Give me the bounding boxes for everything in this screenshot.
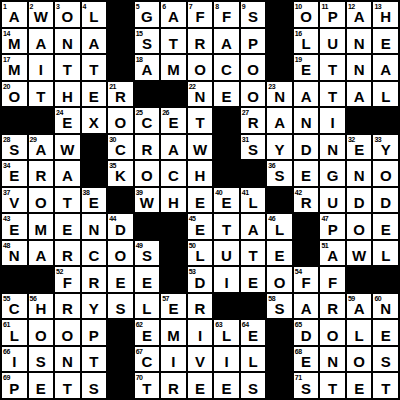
grid-cell-r11c6[interactable]: E [134,266,161,293]
cell-letter: O [61,4,73,24]
grid-cell-r3c12[interactable]: 19E [293,54,320,81]
grid-cell-r6c11[interactable]: Y [266,134,293,161]
grid-cell-r9c10[interactable]: A [240,213,267,240]
grid-cell-r15c9[interactable]: E [213,372,240,399]
grid-cell-r9c14[interactable]: O [346,213,373,240]
clue-number-30: 30 [109,135,116,144]
grid-cell-r1c9[interactable]: 8F [213,1,240,28]
grid-cell-r7c7[interactable]: C [160,160,187,187]
grid-cell-r12c12[interactable]: A [293,293,320,320]
grid-cell-r12c14[interactable]: 59A [346,293,373,320]
grid-cell-r6c15[interactable]: 33Y [372,134,399,161]
grid-cell-r1c15[interactable]: 13H [372,1,399,28]
grid-cell-r8c10[interactable]: 41L [240,187,267,214]
grid-cell-r15c2[interactable]: E [28,372,55,399]
cell-letter: E [142,323,152,343]
cell-letter: T [63,376,72,396]
cell-letter: H [35,296,46,316]
grid-cell-r9c8[interactable]: 45E [187,213,214,240]
cell-letter: R [301,190,312,210]
cell-letter: U [221,243,232,263]
clue-number-14: 14 [3,29,10,38]
grid-cell-r5c8[interactable]: T [187,107,214,134]
block-cell-r2c11 [266,28,293,55]
grid-cell-r1c13[interactable]: 11P [319,1,346,28]
cell-letter: E [354,137,364,157]
grid-cell-r10c9[interactable]: U [213,240,240,267]
grid-cell-r13c13[interactable]: O [319,319,346,346]
grid-cell-r4c8[interactable]: 22N [187,81,214,108]
cell-letter: A [354,84,365,104]
grid-cell-r1c7[interactable]: 6A [160,1,187,28]
grid-cell-r4c14[interactable]: A [346,81,373,108]
cell-letter: E [222,84,232,104]
clue-number-18: 18 [136,55,143,64]
grid-cell-r3c9[interactable]: C [213,54,240,81]
grid-cell-r12c2[interactable]: 56H [28,293,55,320]
grid-cell-r3c13[interactable]: T [319,54,346,81]
grid-cell-r13c4[interactable]: P [81,319,108,346]
cell-letter: E [115,270,125,290]
cell-letter: U [327,31,338,51]
grid-cell-r7c2[interactable]: R [28,160,55,187]
grid-cell-r8c4[interactable]: 38E [81,187,108,214]
grid-cell-r6c14[interactable]: 32E [346,134,373,161]
grid-cell-r9c4[interactable]: N [81,213,108,240]
grid-cell-r7c1[interactable]: 34E [1,160,28,187]
grid-cell-r9c15[interactable]: E [372,213,399,240]
grid-cell-r3c6[interactable]: 18A [134,54,161,81]
cell-letter: M [167,323,180,343]
clue-number-61: 61 [3,320,10,329]
cell-letter: R [35,163,46,183]
grid-cell-r4c13[interactable]: T [319,81,346,108]
cell-letter: N [88,217,99,237]
grid-cell-r8c13[interactable]: U [319,187,346,214]
cell-letter: W [60,137,74,157]
cell-letter: T [142,376,151,396]
grid-cell-r14c4[interactable]: T [81,346,108,373]
grid-cell-r12c15[interactable]: 60N [372,293,399,320]
grid-cell-r1c3[interactable]: 3O [54,1,81,28]
cell-letter: N [301,110,312,130]
grid-cell-r8c9[interactable]: 40E [213,187,240,214]
grid-cell-r15c6[interactable]: 70T [134,372,161,399]
block-cell-r2c5 [107,28,134,55]
cell-letter: A [354,4,365,24]
grid-cell-r6c10[interactable]: 31S [240,134,267,161]
grid-cell-r9c13[interactable]: 47P [319,213,346,240]
grid-cell-r2c7[interactable]: T [160,28,187,55]
block-cell-r15c5 [107,372,134,399]
cell-letter: E [301,57,311,77]
clue-number-13: 13 [374,2,381,11]
cell-letter: O [8,84,20,104]
grid-cell-r9c9[interactable]: T [213,213,240,240]
grid-cell-r12c4[interactable]: Y [81,293,108,320]
grid-cell-r5c3[interactable]: 24E [54,107,81,134]
cell-letter: S [89,376,99,396]
clue-number-3: 3 [56,2,59,11]
grid-cell-r10c14[interactable]: W [346,240,373,267]
grid-cell-r8c8[interactable]: E [187,187,214,214]
grid-cell-r10c5[interactable]: O [107,240,134,267]
cell-letter: R [327,296,338,316]
cell-letter: O [353,349,365,369]
grid-cell-r5c12[interactable]: N [293,107,320,134]
grid-cell-r7c11[interactable]: 36S [266,160,293,187]
grid-cell-r7c3[interactable]: A [54,160,81,187]
cell-letter: O [141,163,153,183]
cell-letter: S [248,137,258,157]
grid-cell-r4c3[interactable]: H [54,81,81,108]
grid-cell-r8c6[interactable]: 39W [134,187,161,214]
grid-cell-r12c8[interactable]: R [187,293,214,320]
grid-cell-r2c8[interactable]: R [187,28,214,55]
grid-cell-r4c5[interactable]: 21R [107,81,134,108]
cell-letter: T [381,376,390,396]
cell-letter: L [89,4,98,24]
grid-cell-r15c3[interactable]: T [54,372,81,399]
cell-letter: E [195,376,205,396]
cell-letter: T [328,376,337,396]
grid-cell-r2c1[interactable]: 14M [1,28,28,55]
grid-cell-r6c7[interactable]: A [160,134,187,161]
grid-cell-r10c2[interactable]: A [28,240,55,267]
grid-cell-r14c10[interactable]: L [240,346,267,373]
grid-cell-r5c11[interactable]: A [266,107,293,134]
clue-number-36: 36 [268,161,275,170]
block-cell-r6c4 [81,134,108,161]
grid-cell-r8c7[interactable]: H [160,187,187,214]
grid-cell-r7c12[interactable]: E [293,160,320,187]
clue-number-60: 60 [374,294,381,303]
grid-cell-r4c1[interactable]: 20O [1,81,28,108]
grid-cell-r4c11[interactable]: 23N [266,81,293,108]
clue-number-34: 34 [3,161,10,170]
grid-cell-r13c9[interactable]: 63L [213,319,240,346]
cell-letter: O [327,323,339,343]
grid-cell-r8c12[interactable]: 42R [293,187,320,214]
grid-cell-r12c5[interactable]: S [107,293,134,320]
grid-cell-r7c8[interactable]: H [187,160,214,187]
cell-letter: L [142,296,151,316]
cell-letter: F [302,270,311,290]
grid-cell-r3c1[interactable]: 17M [1,54,28,81]
grid-cell-r13c7[interactable]: M [160,319,187,346]
clue-number-10: 10 [295,2,302,11]
grid-cell-r3c4[interactable]: T [81,54,108,81]
cell-letter: C [142,110,153,130]
block-cell-r7c4 [81,160,108,187]
cell-letter: E [381,323,391,343]
grid-cell-r7c14[interactable]: N [346,160,373,187]
cell-letter: L [248,190,257,210]
grid-cell-r4c12[interactable]: A [293,81,320,108]
grid-cell-r10c6[interactable]: 49S [134,240,161,267]
cell-letter: I [224,349,228,369]
clue-number-67: 67 [136,347,143,356]
grid-cell-r10c11[interactable]: E [266,240,293,267]
cell-letter: W [193,137,207,157]
grid-cell-r14c2[interactable]: S [28,346,55,373]
cell-letter: V [9,190,19,210]
grid-cell-r6c8[interactable]: W [187,134,214,161]
grid-cell-r4c10[interactable]: O [240,81,267,108]
clue-number-47: 47 [321,214,328,223]
grid-cell-r8c15[interactable]: D [372,187,399,214]
grid-cell-r15c14[interactable]: E [346,372,373,399]
grid-cell-r12c1[interactable]: 55C [1,293,28,320]
grid-cell-r14c13[interactable]: N [319,346,346,373]
block-cell-r8c5 [107,187,134,214]
grid-cell-r4c15[interactable]: L [372,81,399,108]
grid-cell-r1c6[interactable]: 5G [134,1,161,28]
grid-cell-r10c4[interactable]: C [81,240,108,267]
clue-number-6: 6 [162,2,165,11]
grid-cell-r4c2[interactable]: T [28,81,55,108]
grid-cell-r12c3[interactable]: R [54,293,81,320]
grid-cell-r1c2[interactable]: 2W [28,1,55,28]
grid-cell-r2c2[interactable]: A [28,28,55,55]
grid-cell-r3c15[interactable]: A [372,54,399,81]
clue-number-39: 39 [136,188,143,197]
grid-cell-r15c1[interactable]: 69P [1,372,28,399]
clue-number-52: 52 [56,267,63,276]
grid-cell-r5c10[interactable]: 27R [240,107,267,134]
grid-cell-r1c12[interactable]: 10O [293,1,320,28]
clue-number-55: 55 [3,294,10,303]
grid-cell-r3c10[interactable]: O [240,54,267,81]
grid-cell-r3c2[interactable]: I [28,54,55,81]
grid-cell-r14c6[interactable]: 67C [134,346,161,373]
grid-cell-r14c3[interactable]: N [54,346,81,373]
grid-cell-r2c9[interactable]: A [213,28,240,55]
grid-cell-r3c3[interactable]: T [54,54,81,81]
grid-cell-r2c15[interactable]: E [372,28,399,55]
block-cell-r3c11 [266,54,293,81]
cell-letter: T [248,243,257,263]
grid-cell-r10c10[interactable]: T [240,240,267,267]
grid-cell-r13c14[interactable]: L [346,319,373,346]
cell-letter: R [88,270,99,290]
grid-cell-r15c7[interactable]: R [160,372,187,399]
grid-cell-r3c8[interactable]: O [187,54,214,81]
cell-letter: N [380,296,391,316]
clue-number-42: 42 [295,188,302,197]
grid-cell-r7c13[interactable]: G [319,160,346,187]
cell-letter: E [9,163,19,183]
grid-cell-r4c9[interactable]: E [213,81,240,108]
clue-number-48: 48 [3,241,10,250]
grid-cell-r2c14[interactable]: N [346,28,373,55]
cell-letter: F [222,4,231,24]
clue-number-27: 27 [242,108,249,117]
cell-letter: A [168,4,179,24]
cell-letter: A [274,110,285,130]
cell-letter: O [380,163,392,183]
grid-cell-r6c3[interactable]: W [54,134,81,161]
grid-cell-r15c10[interactable]: S [240,372,267,399]
grid-cell-r11c4[interactable]: R [81,266,108,293]
grid-cell-r11c13[interactable]: F [319,266,346,293]
grid-cell-r15c13[interactable]: T [319,372,346,399]
grid-cell-r6c12[interactable]: D [293,134,320,161]
grid-cell-r1c4[interactable]: 4L [81,1,108,28]
clue-number-31: 31 [242,135,249,144]
grid-cell-r12c13[interactable]: R [319,293,346,320]
block-cell-r3c5 [107,54,134,81]
cell-letter: D [301,137,312,157]
grid-cell-r6c5[interactable]: 30C [107,134,134,161]
grid-cell-r1c10[interactable]: 9S [240,1,267,28]
grid-cell-r3c7[interactable]: M [160,54,187,81]
grid-cell-r14c1[interactable]: 66I [1,346,28,373]
grid-cell-r8c1[interactable]: 37V [1,187,28,214]
block-cell-r1c5 [107,1,134,28]
cell-letter: D [115,217,126,237]
grid-cell-r13c2[interactable]: O [28,319,55,346]
block-cell-r13c5 [107,319,134,346]
clue-number-58: 58 [268,294,275,303]
clue-number-15: 15 [136,29,143,38]
grid-cell-r15c4[interactable]: S [81,372,108,399]
clue-number-5: 5 [136,2,139,11]
grid-cell-r10c1[interactable]: 48N [1,240,28,267]
grid-cell-r13c12[interactable]: 65D [293,319,320,346]
grid-cell-r11c9[interactable]: I [213,266,240,293]
cell-letter: I [198,323,202,343]
clue-number-26: 26 [162,108,169,117]
grid-cell-r11c3[interactable]: 52F [54,266,81,293]
grid-cell-r9c5[interactable]: 44D [107,213,134,240]
grid-cell-r7c5[interactable]: 35K [107,160,134,187]
grid-cell-r2c10[interactable]: P [240,28,267,55]
grid-cell-r8c3[interactable]: T [54,187,81,214]
grid-cell-r12c6[interactable]: L [134,293,161,320]
grid-cell-r14c8[interactable]: V [187,346,214,373]
grid-cell-r2c4[interactable]: A [81,28,108,55]
grid-cell-r1c1[interactable]: 1A [1,1,28,28]
cell-letter: E [168,296,178,316]
grid-cell-r2c6[interactable]: 15S [134,28,161,55]
cell-letter: A [301,296,312,316]
cell-letter: A [35,137,46,157]
grid-cell-r13c15[interactable]: E [372,319,399,346]
grid-cell-r11c5[interactable]: E [107,266,134,293]
grid-cell-r9c1[interactable]: 43E [1,213,28,240]
grid-cell-r15c15[interactable]: T [372,372,399,399]
cell-letter: N [274,84,285,104]
cell-letter: O [274,270,286,290]
cell-letter: H [168,190,179,210]
grid-cell-r13c1[interactable]: 61L [1,319,28,346]
clue-number-9: 9 [242,2,245,11]
grid-cell-r10c15[interactable]: L [372,240,399,267]
cell-letter: S [142,31,152,51]
grid-cell-r14c14[interactable]: O [346,346,373,373]
grid-cell-r11c12[interactable]: 54F [293,266,320,293]
cell-letter: N [354,57,365,77]
clue-number-49: 49 [136,241,143,250]
grid-cell-r10c8[interactable]: 50L [187,240,214,267]
cell-letter: E [222,376,232,396]
grid-cell-r2c3[interactable]: N [54,28,81,55]
grid-cell-r9c3[interactable]: E [54,213,81,240]
grid-cell-r5c7[interactable]: 26E [160,107,187,134]
cell-letter: T [36,84,45,104]
cell-letter: S [115,296,125,316]
grid-cell-r5c4[interactable]: X [81,107,108,134]
grid-cell-r12c11[interactable]: 58S [266,293,293,320]
grid-cell-r8c14[interactable]: D [346,187,373,214]
grid-cell-r14c9[interactable]: I [213,346,240,373]
grid-cell-r6c6[interactable]: R [134,134,161,161]
cell-letter: O [353,217,365,237]
cell-letter: L [195,243,204,263]
grid-cell-r7c15[interactable]: O [372,160,399,187]
grid-cell-r8c2[interactable]: O [28,187,55,214]
clue-number-4: 4 [83,2,86,11]
grid-cell-r5c6[interactable]: 25C [134,107,161,134]
grid-cell-r2c13[interactable]: U [319,28,346,55]
grid-cell-r13c6[interactable]: 62E [134,319,161,346]
grid-cell-r1c14[interactable]: 12A [346,1,373,28]
clue-number-19: 19 [295,55,302,64]
grid-cell-r4c4[interactable]: E [81,81,108,108]
grid-cell-r15c12[interactable]: 71S [293,372,320,399]
grid-cell-r13c8[interactable]: I [187,319,214,346]
block-cell-r11c1 [1,266,28,293]
grid-cell-r15c8[interactable]: E [187,372,214,399]
grid-cell-r6c13[interactable]: N [319,134,346,161]
cell-letter: P [248,31,258,51]
grid-cell-r7c6[interactable]: O [134,160,161,187]
grid-cell-r14c15[interactable]: S [372,346,399,373]
cell-letter: A [327,243,338,263]
grid-cell-r10c13[interactable]: 51A [319,240,346,267]
grid-cell-r9c11[interactable]: 46L [266,213,293,240]
grid-cell-r1c8[interactable]: 7F [187,1,214,28]
grid-cell-r11c10[interactable]: E [240,266,267,293]
grid-cell-r12c7[interactable]: 57E [160,293,187,320]
grid-cell-r6c2[interactable]: 29A [28,134,55,161]
grid-cell-r14c7[interactable]: I [160,346,187,373]
cell-letter: P [89,323,99,343]
grid-cell-r9c2[interactable]: M [28,213,55,240]
cell-letter: T [328,57,337,77]
clue-number-16: 16 [295,29,302,38]
grid-cell-r5c5[interactable]: O [107,107,134,134]
grid-cell-r13c3[interactable]: O [54,319,81,346]
grid-cell-r2c12[interactable]: 16L [293,28,320,55]
cell-letter: R [168,376,179,396]
cell-letter: A [62,163,73,183]
cell-letter: N [62,349,73,369]
grid-cell-r11c11[interactable]: O [266,266,293,293]
cell-letter: C [221,57,232,77]
grid-cell-r3c14[interactable]: N [346,54,373,81]
grid-cell-r13c10[interactable]: 64E [240,319,267,346]
cell-letter: H [62,84,73,104]
grid-cell-r6c1[interactable]: 28S [1,134,28,161]
cell-letter: E [248,270,258,290]
clue-number-20: 20 [3,82,10,91]
grid-cell-r11c8[interactable]: 53D [187,266,214,293]
grid-cell-r14c12[interactable]: 68E [293,346,320,373]
grid-cell-r5c13[interactable]: I [319,107,346,134]
grid-cell-r10c3[interactable]: R [54,240,81,267]
